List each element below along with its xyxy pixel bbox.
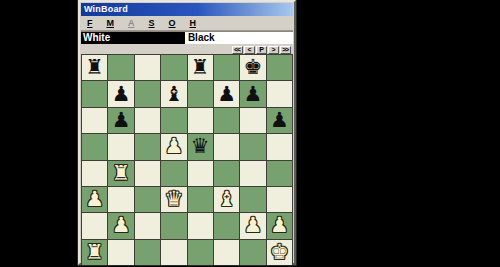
square-g6[interactable]	[240, 108, 265, 133]
square-b4[interactable]: ♜	[108, 161, 133, 186]
black-pawn[interactable]: ♟	[217, 84, 236, 105]
white-pawn[interactable]: ♟	[164, 136, 183, 157]
square-c1[interactable]	[135, 240, 160, 265]
square-e1[interactable]	[188, 240, 213, 265]
white-player-label: White	[81, 32, 185, 44]
game-nav-toolbar: << < P > >>	[81, 44, 293, 54]
pause-button[interactable]: P	[256, 46, 267, 54]
square-g1[interactable]	[240, 240, 265, 265]
white-pawn[interactable]: ♟	[270, 215, 289, 236]
square-c4[interactable]	[135, 161, 160, 186]
square-e8[interactable]: ♜	[188, 55, 213, 80]
square-e3[interactable]	[188, 187, 213, 212]
black-rook[interactable]: ♜	[85, 57, 104, 78]
square-g7[interactable]: ♟	[240, 81, 265, 106]
white-pawn[interactable]: ♟	[244, 215, 263, 236]
fast-forward-button[interactable]: >>	[280, 46, 291, 54]
forward-button[interactable]: >	[268, 46, 279, 54]
square-f5[interactable]	[214, 134, 239, 159]
square-e2[interactable]	[188, 213, 213, 238]
white-bishop[interactable]: ♝	[217, 189, 236, 210]
square-b5[interactable]	[108, 134, 133, 159]
square-h6[interactable]: ♟	[267, 108, 292, 133]
square-g3[interactable]	[240, 187, 265, 212]
menu-file[interactable]: F	[87, 18, 93, 28]
black-pawn[interactable]: ♟	[112, 84, 131, 105]
square-h8[interactable]	[267, 55, 292, 80]
white-pawn[interactable]: ♟	[85, 189, 104, 210]
square-a8[interactable]: ♜	[82, 55, 107, 80]
square-a2[interactable]	[82, 213, 107, 238]
square-a4[interactable]	[82, 161, 107, 186]
square-g2[interactable]: ♟	[240, 213, 265, 238]
square-c6[interactable]	[135, 108, 160, 133]
square-e7[interactable]	[188, 81, 213, 106]
square-f7[interactable]: ♟	[214, 81, 239, 106]
square-d4[interactable]	[161, 161, 186, 186]
black-queen[interactable]: ♛	[191, 136, 210, 157]
black-pawn[interactable]: ♟	[244, 84, 263, 105]
square-e5[interactable]: ♛	[188, 134, 213, 159]
square-f4[interactable]	[214, 161, 239, 186]
black-king[interactable]: ♚	[244, 57, 263, 78]
menu-mode[interactable]: M	[107, 18, 115, 28]
white-king[interactable]: ♚	[270, 242, 289, 263]
square-d5[interactable]: ♟	[161, 134, 186, 159]
player-bar: White Black	[81, 31, 293, 44]
square-f2[interactable]	[214, 213, 239, 238]
square-d6[interactable]	[161, 108, 186, 133]
square-f6[interactable]	[214, 108, 239, 133]
square-f8[interactable]	[214, 55, 239, 80]
square-f1[interactable]	[214, 240, 239, 265]
square-a1[interactable]: ♜	[82, 240, 107, 265]
title-bar[interactable]: WinBoard	[81, 3, 293, 16]
square-c7[interactable]	[135, 81, 160, 106]
white-queen[interactable]: ♛	[164, 189, 183, 210]
square-a3[interactable]: ♟	[82, 187, 107, 212]
chess-board: ♜♜♚♟♝♟♟♟♟♟♛♜♟♛♝♟♟♟♜♚	[81, 54, 293, 266]
square-d3[interactable]: ♛	[161, 187, 186, 212]
menu-bar: F M A S O H	[81, 16, 293, 31]
square-d2[interactable]	[161, 213, 186, 238]
black-player-label: Black	[185, 32, 293, 44]
menu-action[interactable]: A	[128, 18, 135, 28]
menu-step[interactable]: S	[149, 18, 155, 28]
square-g8[interactable]: ♚	[240, 55, 265, 80]
square-h2[interactable]: ♟	[267, 213, 292, 238]
square-b8[interactable]	[108, 55, 133, 80]
black-pawn[interactable]: ♟	[112, 110, 131, 131]
white-rook[interactable]: ♜	[85, 242, 104, 263]
square-a5[interactable]	[82, 134, 107, 159]
white-rook[interactable]: ♜	[112, 163, 131, 184]
square-f3[interactable]: ♝	[214, 187, 239, 212]
black-rook[interactable]: ♜	[191, 57, 210, 78]
back-button[interactable]: <	[244, 46, 255, 54]
black-pawn[interactable]: ♟	[270, 110, 289, 131]
square-c8[interactable]	[135, 55, 160, 80]
square-b7[interactable]: ♟	[108, 81, 133, 106]
square-h1[interactable]: ♚	[267, 240, 292, 265]
square-g5[interactable]	[240, 134, 265, 159]
window-title: WinBoard	[84, 4, 128, 14]
square-c3[interactable]	[135, 187, 160, 212]
square-b1[interactable]	[108, 240, 133, 265]
square-c5[interactable]	[135, 134, 160, 159]
menu-help[interactable]: H	[190, 18, 197, 28]
square-d8[interactable]	[161, 55, 186, 80]
square-g4[interactable]	[240, 161, 265, 186]
square-b3[interactable]	[108, 187, 133, 212]
white-pawn[interactable]: ♟	[112, 215, 131, 236]
winboard-window: WinBoard F M A S O H White Black << < P …	[78, 0, 296, 265]
black-bishop[interactable]: ♝	[164, 84, 183, 105]
square-e4[interactable]	[188, 161, 213, 186]
square-d1[interactable]	[161, 240, 186, 265]
square-h4[interactable]	[267, 161, 292, 186]
square-h3[interactable]	[267, 187, 292, 212]
square-a7[interactable]	[82, 81, 107, 106]
square-b2[interactable]: ♟	[108, 213, 133, 238]
square-h5[interactable]	[267, 134, 292, 159]
square-c2[interactable]	[135, 213, 160, 238]
square-a6[interactable]	[82, 108, 107, 133]
square-d7[interactable]: ♝	[161, 81, 186, 106]
menu-options[interactable]: O	[169, 18, 176, 28]
rewind-to-start-button[interactable]: <<	[232, 46, 243, 54]
square-h7[interactable]	[267, 81, 292, 106]
square-e6[interactable]	[188, 108, 213, 133]
square-b6[interactable]: ♟	[108, 108, 133, 133]
